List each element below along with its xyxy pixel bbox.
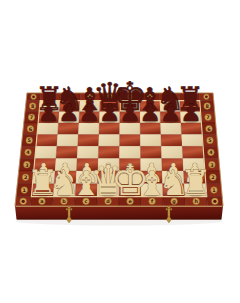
svg-text:6: 6 bbox=[207, 126, 211, 132]
piece-black-pawn-g7: ♟ bbox=[160, 98, 182, 127]
rank-label-8-right: 8 bbox=[204, 103, 211, 110]
svg-text:♜: ♜ bbox=[180, 163, 211, 203]
square-e5 bbox=[120, 135, 141, 147]
square-h5 bbox=[182, 135, 204, 147]
svg-text:7: 7 bbox=[30, 114, 34, 120]
square-b5 bbox=[57, 135, 78, 147]
svg-text:2: 2 bbox=[211, 174, 214, 180]
piece-black-pawn-f7: ♟ bbox=[139, 98, 161, 127]
rank-label-4-left: 4 bbox=[25, 149, 32, 156]
svg-text:4: 4 bbox=[26, 149, 30, 155]
svg-text:♟: ♟ bbox=[78, 98, 100, 127]
svg-text:♟: ♟ bbox=[139, 98, 161, 127]
medallion-ring bbox=[20, 198, 27, 205]
svg-text:4: 4 bbox=[209, 149, 213, 155]
medallion-ring bbox=[212, 198, 219, 205]
square-a5 bbox=[36, 135, 58, 147]
svg-text:♟: ♟ bbox=[180, 98, 202, 127]
piece-white-rook-h1: ♜ bbox=[180, 163, 211, 203]
chess-board-photo: 8877665544332211abcdefgh♜♞♝♛♚♝♞♜♟♟♟♟♟♟♟♟… bbox=[0, 0, 240, 303]
square-c5 bbox=[78, 135, 99, 147]
square-f5 bbox=[140, 135, 161, 147]
svg-text:6: 6 bbox=[29, 126, 33, 132]
rank-label-1-right: 1 bbox=[211, 187, 218, 194]
box-front-edge bbox=[15, 206, 223, 220]
svg-text:5: 5 bbox=[208, 137, 212, 143]
svg-text:♟: ♟ bbox=[160, 98, 182, 127]
svg-text:8: 8 bbox=[205, 103, 209, 109]
piece-black-pawn-b7: ♟ bbox=[58, 98, 80, 127]
piece-black-pawn-e7: ♟ bbox=[119, 98, 141, 127]
svg-text:1: 1 bbox=[212, 187, 216, 193]
svg-text:7: 7 bbox=[206, 114, 210, 120]
square-g5 bbox=[161, 135, 182, 147]
rank-label-7-left: 7 bbox=[28, 114, 35, 121]
rank-label-7-right: 7 bbox=[205, 114, 212, 121]
rank-label-5-right: 5 bbox=[207, 137, 214, 144]
product-photo[interactable]: 8877665544332211abcdefgh♜♞♝♛♚♝♞♜♟♟♟♟♟♟♟♟… bbox=[0, 0, 240, 303]
svg-text:♟: ♟ bbox=[38, 98, 60, 127]
svg-text:♟: ♟ bbox=[58, 98, 80, 127]
rank-label-6-left: 6 bbox=[27, 125, 34, 132]
svg-text:♟: ♟ bbox=[99, 98, 121, 127]
rank-label-4-right: 4 bbox=[208, 149, 215, 156]
rank-label-5-left: 5 bbox=[26, 137, 33, 144]
piece-black-pawn-d7: ♟ bbox=[99, 98, 121, 127]
piece-black-pawn-c7: ♟ bbox=[78, 98, 100, 127]
square-d5 bbox=[99, 135, 120, 147]
piece-black-pawn-h7: ♟ bbox=[180, 98, 202, 127]
svg-text:♟: ♟ bbox=[119, 98, 141, 127]
svg-text:5: 5 bbox=[28, 137, 32, 143]
rank-label-6-right: 6 bbox=[206, 125, 213, 132]
piece-black-pawn-a7: ♟ bbox=[38, 98, 60, 127]
board-svg: 8877665544332211abcdefgh♜♞♝♛♚♝♞♜♟♟♟♟♟♟♟♟… bbox=[0, 0, 240, 303]
